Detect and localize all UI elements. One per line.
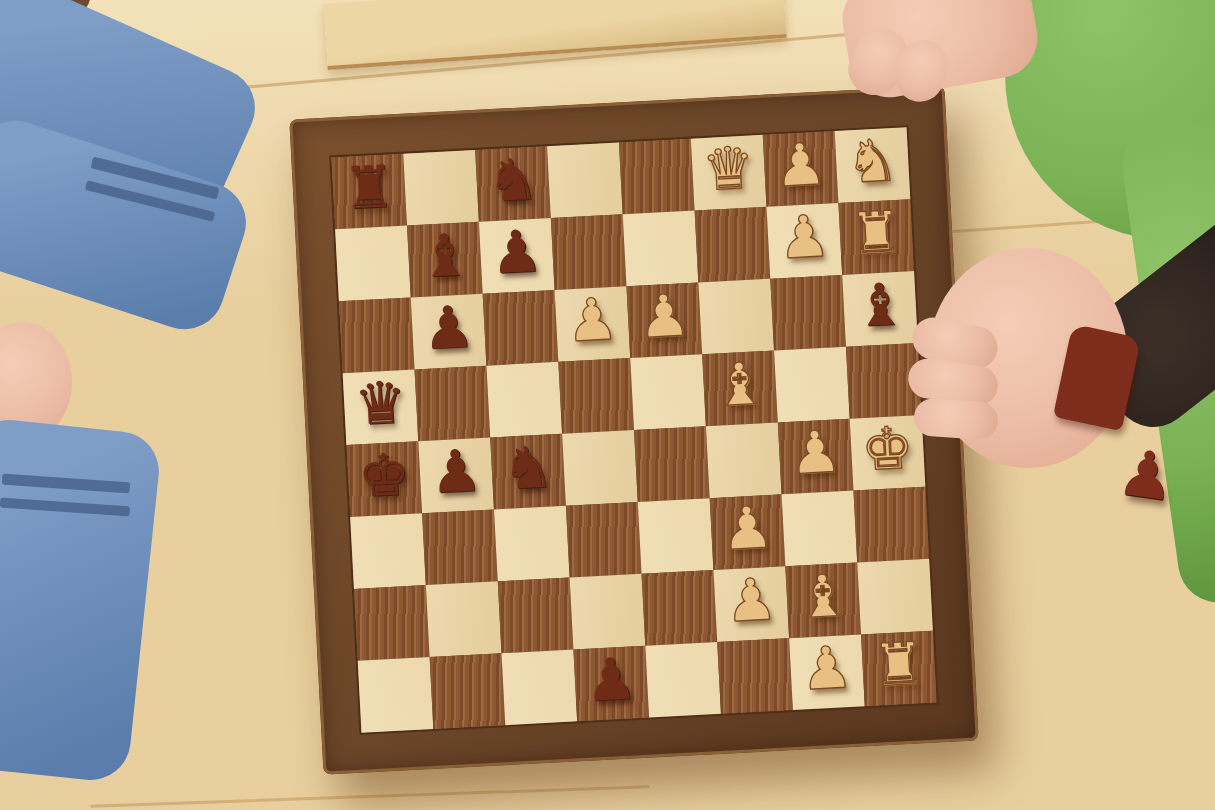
square-r3c3[interactable] bbox=[483, 290, 559, 366]
square-r8c8[interactable]: ♜ bbox=[861, 631, 937, 707]
dark-king[interactable]: ♚ bbox=[346, 435, 422, 511]
square-r3c1[interactable] bbox=[339, 298, 415, 374]
light-pawn[interactable]: ♟ bbox=[626, 276, 702, 352]
board-grid: ♜♞♛♟♞♝♟♟♜♟♟♟♝♛♝♚♟♞♟♚♟♟♝♟♟♜ bbox=[331, 127, 936, 732]
grabbing-finger bbox=[913, 397, 999, 441]
light-rook[interactable]: ♜ bbox=[861, 625, 937, 701]
square-r2c3[interactable]: ♟ bbox=[479, 218, 555, 294]
dark-pawn[interactable]: ♟ bbox=[479, 212, 555, 288]
square-r2c2[interactable]: ♝ bbox=[407, 222, 483, 298]
square-r6c5[interactable] bbox=[638, 498, 714, 574]
square-r7c7[interactable]: ♝ bbox=[785, 562, 861, 638]
light-pawn[interactable]: ♟ bbox=[789, 628, 865, 704]
square-r3c7[interactable] bbox=[770, 275, 846, 351]
square-r2c7[interactable]: ♟ bbox=[766, 203, 842, 279]
square-r7c1[interactable] bbox=[354, 585, 430, 661]
board-frame: ♜♞♛♟♞♝♟♟♜♟♟♟♝♛♝♚♟♞♟♚♟♟♝♟♟♜ bbox=[289, 85, 978, 774]
square-r4c4[interactable] bbox=[558, 358, 634, 434]
square-r5c5[interactable] bbox=[634, 426, 710, 502]
square-r8c5[interactable] bbox=[645, 642, 721, 718]
square-r7c5[interactable] bbox=[642, 570, 718, 646]
square-r4c1[interactable]: ♛ bbox=[343, 369, 419, 445]
square-r8c6[interactable] bbox=[717, 638, 793, 714]
square-r3c6[interactable] bbox=[698, 279, 774, 355]
light-pawn[interactable]: ♟ bbox=[766, 197, 842, 273]
square-r8c4[interactable]: ♟ bbox=[573, 646, 649, 722]
captured-dark-pawn: ♟ bbox=[1113, 434, 1180, 515]
square-r6c7[interactable] bbox=[782, 491, 858, 567]
left-player-sleeve-bottom bbox=[0, 416, 163, 784]
square-r8c2[interactable] bbox=[430, 653, 506, 729]
square-r5c1[interactable]: ♚ bbox=[346, 441, 422, 517]
light-pawn[interactable]: ♟ bbox=[762, 125, 838, 201]
square-r2c6[interactable] bbox=[695, 207, 771, 283]
table-plank-seam bbox=[90, 785, 650, 808]
dark-rook[interactable]: ♜ bbox=[331, 148, 407, 224]
light-knight[interactable]: ♞ bbox=[834, 121, 910, 197]
square-r1c2[interactable] bbox=[403, 150, 479, 226]
square-r4c5[interactable] bbox=[630, 354, 706, 430]
light-pawn[interactable]: ♟ bbox=[554, 280, 630, 356]
square-r1c1[interactable]: ♜ bbox=[331, 154, 407, 230]
square-r5c4[interactable] bbox=[562, 430, 638, 506]
dark-knight[interactable]: ♞ bbox=[490, 428, 566, 504]
light-pawn[interactable]: ♟ bbox=[777, 413, 853, 489]
square-r8c7[interactable]: ♟ bbox=[789, 634, 865, 710]
light-pawn[interactable]: ♟ bbox=[709, 488, 785, 564]
square-r7c6[interactable]: ♟ bbox=[713, 566, 789, 642]
light-bishop[interactable]: ♝ bbox=[702, 345, 778, 421]
square-r8c1[interactable] bbox=[358, 657, 434, 733]
dark-knight[interactable]: ♞ bbox=[475, 140, 551, 216]
square-r6c2[interactable] bbox=[422, 509, 498, 585]
square-r3c5[interactable]: ♟ bbox=[626, 282, 702, 358]
square-r6c3[interactable] bbox=[494, 506, 570, 582]
square-r2c1[interactable] bbox=[335, 226, 411, 302]
chessboard: ♜♞♛♟♞♝♟♟♜♟♟♟♝♛♝♚♟♞♟♚♟♟♝♟♟♜ bbox=[289, 85, 978, 774]
square-r1c3[interactable]: ♞ bbox=[475, 146, 551, 222]
square-r6c8[interactable] bbox=[853, 487, 929, 563]
dark-pawn[interactable]: ♟ bbox=[410, 288, 486, 364]
square-r2c4[interactable] bbox=[551, 214, 627, 290]
square-r5c2[interactable]: ♟ bbox=[418, 438, 494, 514]
square-r3c4[interactable]: ♟ bbox=[555, 286, 631, 362]
dark-bishop[interactable]: ♝ bbox=[842, 265, 918, 341]
square-r2c8[interactable]: ♜ bbox=[838, 199, 914, 275]
square-r7c3[interactable] bbox=[498, 578, 574, 654]
square-r1c4[interactable] bbox=[547, 142, 623, 218]
light-rook[interactable]: ♜ bbox=[838, 193, 914, 269]
square-r5c8[interactable]: ♚ bbox=[850, 415, 926, 491]
square-r3c2[interactable]: ♟ bbox=[411, 294, 487, 370]
square-r2c5[interactable] bbox=[623, 211, 699, 287]
square-r4c7[interactable] bbox=[774, 347, 850, 423]
square-r4c3[interactable] bbox=[486, 362, 562, 438]
square-r1c5[interactable] bbox=[619, 139, 695, 215]
square-r5c6[interactable] bbox=[706, 422, 782, 498]
square-r7c8[interactable] bbox=[857, 559, 933, 635]
dark-pawn[interactable]: ♟ bbox=[418, 432, 494, 508]
square-r1c6[interactable]: ♛ bbox=[691, 135, 767, 211]
square-r3c8[interactable]: ♝ bbox=[842, 271, 918, 347]
light-pawn[interactable]: ♟ bbox=[713, 560, 789, 636]
square-r4c2[interactable] bbox=[415, 366, 491, 442]
photo-scene: ♜♞♛♟♞♝♟♟♜♟♟♟♝♛♝♚♟♞♟♚♟♟♝♟♟♜ ♟ bbox=[0, 0, 1215, 810]
square-r7c4[interactable] bbox=[570, 574, 646, 650]
square-r8c3[interactable] bbox=[502, 649, 578, 725]
square-r1c7[interactable]: ♟ bbox=[763, 131, 839, 207]
square-r6c1[interactable] bbox=[350, 513, 426, 589]
square-r7c2[interactable] bbox=[426, 581, 502, 657]
dark-queen[interactable]: ♛ bbox=[342, 363, 418, 439]
light-queen[interactable]: ♛ bbox=[691, 129, 767, 205]
dark-pawn[interactable]: ♟ bbox=[573, 640, 649, 716]
square-r5c3[interactable]: ♞ bbox=[490, 434, 566, 510]
square-r6c6[interactable]: ♟ bbox=[710, 494, 786, 570]
square-r6c4[interactable] bbox=[566, 502, 642, 578]
square-r5c7[interactable]: ♟ bbox=[778, 419, 854, 495]
dark-bishop[interactable]: ♝ bbox=[407, 216, 483, 292]
square-r1c8[interactable]: ♞ bbox=[835, 127, 911, 203]
light-bishop[interactable]: ♝ bbox=[785, 557, 861, 633]
square-r4c6[interactable]: ♝ bbox=[702, 351, 778, 427]
